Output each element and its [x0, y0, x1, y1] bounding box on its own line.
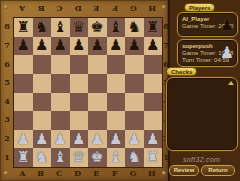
chess-game-window: ABCDEFGH ABCDEFGH 87654321 87654321 ♜♞♝♛… [0, 0, 240, 181]
file-label-a: A [13, 3, 32, 15]
scroll-up-icon[interactable] [228, 81, 234, 85]
white-knight[interactable]: ♞ [128, 150, 141, 165]
square-e8[interactable]: ♚ [88, 18, 107, 37]
square-e7[interactable]: ♟ [88, 37, 107, 56]
file-label-e: E [87, 167, 106, 179]
square-c6[interactable] [51, 55, 70, 74]
white-rook[interactable]: ♜ [146, 150, 159, 165]
white-pawn[interactable]: ♟ [91, 131, 104, 146]
file-label-a: A [13, 167, 32, 179]
square-d4[interactable] [70, 93, 89, 112]
square-h2[interactable]: ♟ [144, 130, 163, 149]
square-g1[interactable]: ♞ [125, 148, 144, 167]
file-label-e: E [87, 3, 106, 15]
square-d6[interactable] [70, 55, 89, 74]
black-pawn[interactable]: ♟ [91, 38, 104, 53]
rank-label-4: 4 [2, 92, 12, 111]
square-c7[interactable]: ♟ [51, 37, 70, 56]
checks-panel-label: Checks [166, 67, 197, 76]
square-b2[interactable]: ♟ [33, 130, 52, 149]
square-e1[interactable]: ♚ [88, 148, 107, 167]
black-pawn[interactable]: ♟ [109, 38, 122, 53]
white-pawn[interactable]: ♟ [72, 131, 85, 146]
rank-label-3: 3 [2, 110, 12, 129]
player-card-black: AI_Player Game Timer: 20:00 ♟ [177, 12, 238, 37]
black-knight[interactable]: ♞ [35, 19, 48, 34]
return-button[interactable]: Return [201, 165, 235, 176]
white-pawn[interactable]: ♟ [109, 131, 122, 146]
square-f8[interactable]: ♝ [107, 18, 126, 37]
square-a6[interactable] [14, 55, 33, 74]
file-label-d: D [69, 3, 88, 15]
white-pawn[interactable]: ♟ [146, 131, 159, 146]
square-b4[interactable] [33, 93, 52, 112]
file-label-c: C [50, 167, 69, 179]
square-a5[interactable] [14, 74, 33, 93]
chess-board[interactable]: ♜♞♝♛♚♝♞♜♟♟♟♟♟♟♟♟♟♟♟♟♟♟♟♟♜♞♝♛♚♝♞♜ [13, 17, 163, 168]
frame-screw-icon [162, 5, 166, 9]
square-b8[interactable]: ♞ [33, 18, 52, 37]
square-g4[interactable] [125, 93, 144, 112]
square-e6[interactable] [88, 55, 107, 74]
square-h1[interactable]: ♜ [144, 148, 163, 167]
review-button[interactable]: Review [169, 165, 199, 176]
square-h7[interactable]: ♟ [144, 37, 163, 56]
rank-label-6: 6 [2, 54, 12, 73]
white-pawn[interactable]: ♟ [35, 131, 48, 146]
square-f3[interactable] [107, 111, 126, 130]
square-f6[interactable] [107, 55, 126, 74]
square-e3[interactable] [88, 111, 107, 130]
square-h6[interactable] [144, 55, 163, 74]
square-f5[interactable] [107, 74, 126, 93]
square-g8[interactable]: ♞ [125, 18, 144, 37]
players-panel-label: Players [184, 3, 215, 12]
black-pawn[interactable]: ♟ [128, 38, 141, 53]
white-bishop[interactable]: ♝ [109, 150, 122, 165]
square-a8[interactable]: ♜ [14, 18, 33, 37]
square-f4[interactable] [107, 93, 126, 112]
black-pawn-icon: ♟ [220, 17, 234, 33]
file-label-g: G [124, 167, 143, 179]
square-h3[interactable] [144, 111, 163, 130]
black-knight[interactable]: ♞ [128, 19, 141, 34]
square-a1[interactable]: ♜ [14, 148, 33, 167]
square-a4[interactable] [14, 93, 33, 112]
square-b5[interactable] [33, 74, 52, 93]
square-a2[interactable]: ♟ [14, 130, 33, 149]
square-d7[interactable]: ♟ [70, 37, 89, 56]
square-d1[interactable]: ♛ [70, 148, 89, 167]
square-b6[interactable] [33, 55, 52, 74]
black-king[interactable]: ♚ [91, 19, 104, 34]
file-label-b: B [32, 167, 51, 179]
square-c1[interactable]: ♝ [51, 148, 70, 167]
square-h8[interactable]: ♜ [144, 18, 163, 37]
white-queen[interactable]: ♛ [72, 150, 85, 165]
white-bishop[interactable]: ♝ [54, 150, 67, 165]
board-frame: ABCDEFGH ABCDEFGH 87654321 87654321 ♜♞♝♛… [0, 0, 170, 181]
square-b1[interactable]: ♞ [33, 148, 52, 167]
black-pawn[interactable]: ♟ [146, 38, 159, 53]
square-f7[interactable]: ♟ [107, 37, 126, 56]
frame-screw-icon [4, 5, 8, 9]
square-b7[interactable]: ♟ [33, 37, 52, 56]
square-d8[interactable]: ♛ [70, 18, 89, 37]
white-knight[interactable]: ♞ [35, 150, 48, 165]
black-pawn[interactable]: ♟ [72, 38, 85, 53]
file-label-h: H [143, 167, 162, 179]
frame-screw-icon [162, 171, 166, 175]
black-rook[interactable]: ♜ [146, 19, 159, 34]
player-card-white: superpush Game Timer: 19:58 Turn Timer: … [177, 39, 238, 67]
square-g3[interactable] [125, 111, 144, 130]
black-bishop[interactable]: ♝ [54, 19, 67, 34]
black-pawn[interactable]: ♟ [17, 38, 30, 53]
file-label-g: G [124, 3, 143, 15]
rank-label-2: 2 [2, 129, 12, 148]
white-pawn-icon: ♟ [220, 45, 234, 61]
square-f1[interactable]: ♝ [107, 148, 126, 167]
checks-list-box[interactable] [166, 77, 238, 151]
square-e4[interactable] [88, 93, 107, 112]
square-d2[interactable]: ♟ [70, 130, 89, 149]
square-f2[interactable]: ♟ [107, 130, 126, 149]
rank-label-8: 8 [2, 17, 12, 36]
file-label-b: B [32, 3, 51, 15]
square-b3[interactable] [33, 111, 52, 130]
rank-labels-left: 87654321 [2, 17, 12, 166]
square-c2[interactable]: ♟ [51, 130, 70, 149]
black-queen[interactable]: ♛ [72, 19, 85, 34]
square-g2[interactable]: ♟ [125, 130, 144, 149]
square-a3[interactable] [14, 111, 33, 130]
square-c5[interactable] [51, 74, 70, 93]
black-bishop[interactable]: ♝ [109, 19, 122, 34]
white-king[interactable]: ♚ [91, 150, 104, 165]
black-pawn[interactable]: ♟ [35, 38, 48, 53]
square-c8[interactable]: ♝ [51, 18, 70, 37]
rank-label-7: 7 [2, 36, 12, 55]
file-label-h: H [143, 3, 162, 15]
square-e5[interactable] [88, 74, 107, 93]
square-g7[interactable]: ♟ [125, 37, 144, 56]
square-g5[interactable] [125, 74, 144, 93]
file-label-f: F [106, 3, 125, 15]
square-a7[interactable]: ♟ [14, 37, 33, 56]
square-d5[interactable] [70, 74, 89, 93]
square-g6[interactable] [125, 55, 144, 74]
frame-screw-icon [4, 171, 8, 175]
file-labels-bottom: ABCDEFGH [13, 167, 161, 179]
white-pawn[interactable]: ♟ [54, 131, 67, 146]
square-h5[interactable] [144, 74, 163, 93]
black-rook[interactable]: ♜ [17, 19, 30, 34]
black-pawn[interactable]: ♟ [54, 38, 67, 53]
watermark-text: soft32.com [183, 156, 220, 163]
square-c4[interactable] [51, 93, 70, 112]
rank-label-1: 1 [2, 147, 12, 166]
file-labels-top: ABCDEFGH [13, 3, 161, 15]
file-label-c: C [50, 3, 69, 15]
file-label-f: F [106, 167, 125, 179]
square-d3[interactable] [70, 111, 89, 130]
white-pawn[interactable]: ♟ [17, 131, 30, 146]
square-h4[interactable] [144, 93, 163, 112]
rank-label-5: 5 [2, 73, 12, 92]
white-rook[interactable]: ♜ [17, 150, 30, 165]
white-pawn[interactable]: ♟ [128, 131, 141, 146]
square-c3[interactable] [51, 111, 70, 130]
file-label-d: D [69, 167, 88, 179]
square-e2[interactable]: ♟ [88, 130, 107, 149]
